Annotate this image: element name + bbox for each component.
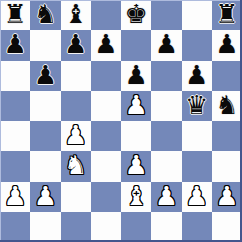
piece-black-pawn: ♟ <box>185 62 208 88</box>
piece-white-bishop: ♝ <box>124 183 147 209</box>
piece-white-pawn: ♟ <box>155 183 178 209</box>
square-b2[interactable]: ♟ <box>30 182 60 212</box>
piece-black-knight: ♞ <box>215 92 238 118</box>
square-a5[interactable] <box>0 91 30 121</box>
square-b3[interactable] <box>30 151 60 181</box>
chess-board-wrap: ♜♞♝♚♜♟♟♟♟♟♟♟♟♟♛♞♟♞♟♟♟♝♟♟♟ <box>0 0 242 242</box>
piece-black-rook: ♜ <box>3 1 26 27</box>
piece-black-pawn: ♟ <box>34 62 57 88</box>
square-e3[interactable]: ♟ <box>121 151 151 181</box>
square-b6[interactable]: ♟ <box>30 61 60 91</box>
piece-white-pawn: ♟ <box>34 183 57 209</box>
square-d5[interactable] <box>91 91 121 121</box>
square-g6[interactable]: ♟ <box>182 61 212 91</box>
square-h6[interactable] <box>212 61 242 91</box>
square-b1[interactable] <box>30 212 60 242</box>
square-d7[interactable]: ♟ <box>91 30 121 60</box>
square-h1[interactable] <box>212 212 242 242</box>
square-f3[interactable] <box>151 151 181 181</box>
square-d3[interactable] <box>91 151 121 181</box>
square-c2[interactable] <box>61 182 91 212</box>
square-d6[interactable] <box>91 61 121 91</box>
square-a7[interactable]: ♟ <box>0 30 30 60</box>
square-c8[interactable]: ♝ <box>61 0 91 30</box>
square-e6[interactable]: ♟ <box>121 61 151 91</box>
square-h5[interactable]: ♞ <box>212 91 242 121</box>
square-f4[interactable] <box>151 121 181 151</box>
square-a8[interactable]: ♜ <box>0 0 30 30</box>
square-e7[interactable] <box>121 30 151 60</box>
square-e4[interactable] <box>121 121 151 151</box>
piece-black-pawn: ♟ <box>64 31 87 57</box>
square-b7[interactable] <box>30 30 60 60</box>
square-c5[interactable] <box>61 91 91 121</box>
square-c6[interactable] <box>61 61 91 91</box>
square-a4[interactable] <box>0 121 30 151</box>
piece-black-rook: ♜ <box>215 1 238 27</box>
square-d2[interactable] <box>91 182 121 212</box>
square-h3[interactable] <box>212 151 242 181</box>
square-e5[interactable]: ♟ <box>121 91 151 121</box>
square-c4[interactable]: ♟ <box>61 121 91 151</box>
piece-black-pawn: ♟ <box>3 31 26 57</box>
square-f2[interactable]: ♟ <box>151 182 181 212</box>
square-g5[interactable]: ♛ <box>182 91 212 121</box>
square-g4[interactable] <box>182 121 212 151</box>
square-e1[interactable] <box>121 212 151 242</box>
piece-black-pawn: ♟ <box>155 31 178 57</box>
square-a2[interactable]: ♟ <box>0 182 30 212</box>
square-f5[interactable] <box>151 91 181 121</box>
square-d4[interactable] <box>91 121 121 151</box>
square-d8[interactable] <box>91 0 121 30</box>
piece-black-pawn: ♟ <box>124 62 147 88</box>
piece-black-bishop: ♝ <box>64 1 87 27</box>
piece-black-pawn: ♟ <box>94 31 117 57</box>
square-f7[interactable]: ♟ <box>151 30 181 60</box>
piece-white-knight: ♞ <box>64 152 87 178</box>
square-c3[interactable]: ♞ <box>61 151 91 181</box>
square-e2[interactable]: ♝ <box>121 182 151 212</box>
square-h8[interactable]: ♜ <box>212 0 242 30</box>
piece-black-king: ♚ <box>124 1 147 27</box>
square-f1[interactable] <box>151 212 181 242</box>
square-c1[interactable] <box>61 212 91 242</box>
square-a6[interactable] <box>0 61 30 91</box>
piece-white-pawn: ♟ <box>64 122 87 148</box>
piece-black-knight: ♞ <box>34 1 57 27</box>
square-b5[interactable] <box>30 91 60 121</box>
square-g8[interactable] <box>182 0 212 30</box>
square-a3[interactable] <box>0 151 30 181</box>
square-e8[interactable]: ♚ <box>121 0 151 30</box>
square-g3[interactable] <box>182 151 212 181</box>
square-b4[interactable] <box>30 121 60 151</box>
square-h2[interactable]: ♟ <box>212 182 242 212</box>
piece-white-pawn: ♟ <box>124 152 147 178</box>
square-f8[interactable] <box>151 0 181 30</box>
square-h4[interactable] <box>212 121 242 151</box>
piece-white-pawn: ♟ <box>215 183 238 209</box>
square-g2[interactable]: ♟ <box>182 182 212 212</box>
piece-white-pawn: ♟ <box>3 183 26 209</box>
square-g1[interactable] <box>182 212 212 242</box>
piece-white-pawn: ♟ <box>124 92 147 118</box>
square-b8[interactable]: ♞ <box>30 0 60 30</box>
square-g7[interactable] <box>182 30 212 60</box>
square-c7[interactable]: ♟ <box>61 30 91 60</box>
piece-black-queen: ♛ <box>185 92 208 118</box>
chess-board: ♜♞♝♚♜♟♟♟♟♟♟♟♟♟♛♞♟♞♟♟♟♝♟♟♟ <box>0 0 242 242</box>
square-h7[interactable]: ♟ <box>212 30 242 60</box>
square-a1[interactable] <box>0 212 30 242</box>
square-f6[interactable] <box>151 61 181 91</box>
piece-white-pawn: ♟ <box>185 183 208 209</box>
square-d1[interactable] <box>91 212 121 242</box>
piece-black-pawn: ♟ <box>215 31 238 57</box>
